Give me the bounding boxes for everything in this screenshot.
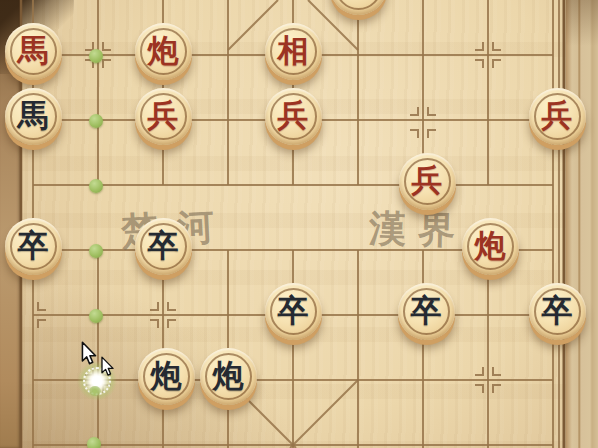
piece-glyph: 卒	[5, 218, 62, 275]
piece-glyph: 炮	[462, 218, 519, 275]
xiangqi-board: 楚河 漢界 馬炮相馬兵兵兵兵卒卒炮卒卒卒炮炮	[0, 0, 598, 448]
piece-glyph: 卒	[265, 283, 322, 340]
piece-black-horse[interactable]: 馬	[5, 88, 62, 145]
piece-glyph: 炮	[135, 23, 192, 80]
piece-glyph: 馬	[5, 23, 62, 80]
piece-red-cannon[interactable]: 炮	[462, 218, 519, 275]
move-hint-dot[interactable]	[89, 309, 103, 323]
piece-black-soldier[interactable]: 卒	[529, 283, 586, 340]
move-highlight-sparkle[interactable]	[77, 361, 117, 401]
piece-glyph: 兵	[399, 153, 456, 210]
piece-black-soldier[interactable]: 卒	[265, 283, 322, 340]
piece-black-cannon[interactable]: 炮	[138, 348, 195, 405]
piece-glyph: 卒	[398, 283, 455, 340]
board-frame-right	[566, 0, 598, 448]
piece-red-horse[interactable]: 馬	[5, 23, 62, 80]
piece-black-soldier[interactable]: 卒	[398, 283, 455, 340]
piece-red-soldier[interactable]: 兵	[135, 88, 192, 145]
piece-glyph: 炮	[138, 348, 195, 405]
piece-unknown-cropped-piece[interactable]	[330, 0, 387, 15]
move-hint-dot[interactable]	[89, 179, 103, 193]
piece-red-soldier[interactable]: 兵	[265, 88, 322, 145]
move-hint-dot[interactable]	[89, 244, 103, 258]
piece-glyph: 馬	[5, 88, 62, 145]
piece-black-soldier[interactable]: 卒	[5, 218, 62, 275]
piece-glyph: 兵	[529, 88, 586, 145]
move-hint-dot[interactable]	[89, 114, 103, 128]
piece-red-soldier[interactable]: 兵	[529, 88, 586, 145]
piece-glyph: 卒	[135, 218, 192, 275]
piece-black-cannon[interactable]: 炮	[200, 348, 257, 405]
piece-red-elephant[interactable]: 相	[265, 23, 322, 80]
piece-glyph: 相	[265, 23, 322, 80]
piece-glyph: 炮	[200, 348, 257, 405]
piece-glyph: 兵	[135, 88, 192, 145]
move-hint-dot[interactable]	[87, 437, 101, 448]
piece-glyph: 卒	[529, 283, 586, 340]
piece-black-soldier[interactable]: 卒	[135, 218, 192, 275]
move-hint-dot[interactable]	[89, 49, 103, 63]
piece-glyph: 兵	[265, 88, 322, 145]
piece-glyph	[330, 0, 387, 15]
piece-red-cannon[interactable]: 炮	[135, 23, 192, 80]
piece-red-soldier[interactable]: 兵	[399, 153, 456, 210]
